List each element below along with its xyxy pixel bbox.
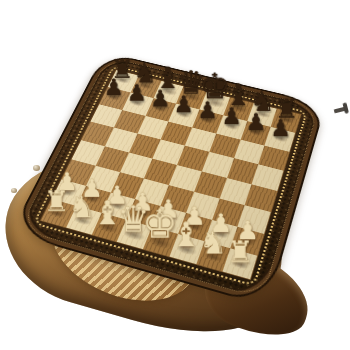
scene: ♜♞♝♛♚♝♞♜♟♟♟♟♟♟♟♟♟♟♟♟♟♟♟♟♜♞♝♛♚♝♞♜ [0, 0, 350, 350]
white-rook-glyph: ♜ [208, 237, 273, 266]
chess-board: ♜♞♝♛♚♝♞♜♟♟♟♟♟♟♟♟♟♟♟♟♟♟♟♟♜♞♝♛♚♝♞♜ [10, 52, 326, 307]
product-photo: ♜♞♝♛♚♝♞♜♟♟♟♟♟♟♟♟♟♟♟♟♟♟♟♟♜♞♝♛♚♝♞♜ [0, 0, 350, 350]
hinge-icon [33, 165, 40, 171]
hinge-icon [11, 188, 17, 193]
